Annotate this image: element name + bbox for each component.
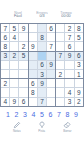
pencil-icon [13, 121, 21, 129]
numpad-key-8[interactable]: 8 [64, 111, 72, 118]
notes-button[interactable]: Notas [8, 121, 26, 135]
hint-button-label: Pista [39, 129, 46, 132]
cell-r6c9[interactable]: 1 [75, 70, 83, 78]
cell-r9c8[interactable]: 3 [65, 98, 73, 106]
cell-r8c7[interactable] [56, 88, 64, 96]
cell-r9c2[interactable]: 9 [10, 98, 18, 106]
numpad-key-6[interactable]: 6 [47, 111, 55, 118]
cell-r3c3[interactable]: 2 [19, 42, 27, 50]
cell-r6c8[interactable] [65, 70, 73, 78]
number-pad: 123456789 [0, 111, 84, 118]
box-line-horizontal-1 [1, 51, 83, 52]
cell-r1c3[interactable]: 9 [19, 24, 27, 32]
cell-r6c5[interactable]: 3 [38, 70, 46, 78]
cell-r1c6[interactable]: 6 [47, 24, 55, 32]
cell-r8c3[interactable] [19, 88, 27, 96]
cell-r7c8[interactable] [65, 79, 73, 87]
cell-r3c8[interactable]: 6 [65, 42, 73, 50]
cell-r1c4[interactable] [29, 24, 37, 32]
cell-r8c2[interactable] [10, 88, 18, 96]
cell-r4c3[interactable]: 5 [19, 52, 27, 60]
cell-r1c9[interactable]: 8 [75, 24, 83, 32]
numpad-key-7[interactable]: 7 [55, 111, 63, 118]
cell-r2c2[interactable]: 4 [10, 33, 18, 41]
erase-button[interactable]: Borrar [58, 121, 76, 135]
cell-r8c5[interactable] [38, 88, 46, 96]
cell-r5c5[interactable]: 6 [38, 61, 46, 69]
cell-r5c2[interactable] [10, 61, 18, 69]
cell-r1c1[interactable]: 7 [1, 24, 9, 32]
cell-r2c8[interactable]: 7 [65, 33, 73, 41]
cell-r8c6[interactable] [47, 88, 55, 96]
cell-r6c1[interactable] [1, 70, 9, 78]
cell-r9c1[interactable]: 4 [1, 98, 9, 106]
cell-r3c1[interactable]: 8 [1, 42, 9, 50]
cell-r9c5[interactable]: 7 [38, 98, 46, 106]
eraser-icon [63, 121, 71, 129]
numpad-key-4[interactable]: 4 [30, 111, 38, 118]
level-stat: Nivel Fácil [6, 9, 30, 20]
numpad-key-1[interactable]: 1 [4, 111, 12, 118]
cell-r4c7[interactable]: 7 [56, 52, 64, 60]
cell-r2c1[interactable]: 6 [1, 33, 9, 41]
cell-r5c3[interactable] [19, 61, 27, 69]
cell-r4c8[interactable]: 9 [65, 52, 73, 60]
cell-r1c5[interactable] [38, 24, 46, 32]
sudoku-app: Nivel Fácil Errores 0/3 Tiempo 00:00 759… [0, 0, 84, 150]
cell-r5c1[interactable] [1, 61, 9, 69]
cell-r9c7[interactable] [56, 98, 64, 106]
cell-r9c4[interactable] [29, 98, 37, 106]
hint-button[interactable]: Pista [33, 121, 51, 135]
cell-r5c6[interactable]: 9 [47, 61, 55, 69]
numpad-key-2[interactable]: 2 [13, 111, 21, 118]
box-line-vertical-1 [28, 24, 29, 106]
cell-r2c5[interactable]: 8 [38, 33, 46, 41]
numpad-key-9[interactable]: 9 [72, 111, 80, 118]
cell-r5c7[interactable] [56, 61, 64, 69]
cell-r3c2[interactable] [10, 42, 18, 50]
time-value: 00:00 [59, 14, 74, 18]
erase-button-label: Borrar [63, 129, 71, 132]
cell-r8c4[interactable]: 8 [29, 88, 37, 96]
cell-r3c5[interactable] [38, 42, 46, 50]
cell-r7c9[interactable] [75, 79, 83, 87]
cell-r1c7[interactable] [56, 24, 64, 32]
cell-r3c4[interactable]: 9 [29, 42, 37, 50]
mistakes-value: 0/3 [35, 14, 50, 18]
cell-r5c4[interactable] [29, 61, 37, 69]
cell-r6c6[interactable] [47, 70, 55, 78]
cell-r9c6[interactable] [47, 98, 55, 106]
cell-r6c2[interactable] [10, 70, 18, 78]
cell-r8c8[interactable]: 4 [65, 88, 73, 96]
numpad-key-5[interactable]: 5 [38, 111, 46, 118]
time-stat: Tiempo 00:00 [54, 9, 78, 20]
cell-r4c4[interactable] [29, 52, 37, 60]
mistakes-stat: Errores 0/3 [30, 9, 54, 20]
box-line-vertical-2 [55, 24, 56, 106]
cell-r7c2[interactable] [10, 79, 18, 87]
cell-r3c6[interactable]: 7 [47, 42, 55, 50]
cell-r5c8[interactable] [65, 61, 73, 69]
cell-r1c2[interactable]: 5 [10, 24, 18, 32]
cell-r8c9[interactable]: 9 [75, 88, 83, 96]
notes-button-label: Notas [13, 129, 21, 132]
sudoku-board: 7596286487582976325796693321269849496732 [0, 23, 84, 107]
cell-r4c5[interactable] [38, 52, 46, 60]
status-bar: Nivel Fácil Errores 0/3 Tiempo 00:00 [0, 0, 84, 20]
cell-r6c3[interactable] [19, 70, 27, 78]
box-line-horizontal-2 [1, 78, 83, 79]
cell-r7c5[interactable]: 9 [38, 79, 46, 87]
cell-r4c2[interactable]: 2 [10, 52, 18, 60]
cell-r7c4[interactable]: 6 [29, 79, 37, 87]
cell-r7c6[interactable] [47, 79, 55, 87]
numpad-key-3[interactable]: 3 [21, 111, 29, 118]
cell-r6c4[interactable] [29, 70, 37, 78]
cell-r7c3[interactable] [19, 79, 27, 87]
cell-r9c3[interactable]: 6 [19, 98, 27, 106]
cell-r2c7[interactable] [56, 33, 64, 41]
cell-r2c9[interactable]: 5 [75, 33, 83, 41]
cell-r2c6[interactable] [47, 33, 55, 41]
cell-r1c8[interactable]: 2 [65, 24, 73, 32]
cell-r4c1[interactable]: 3 [1, 52, 9, 60]
lightbulb-icon [38, 121, 46, 129]
toolbar: Notas Pista Borrar [0, 121, 84, 135]
cell-r7c7[interactable] [56, 79, 64, 87]
cell-r4c9[interactable]: 6 [75, 52, 83, 60]
cell-r7c1[interactable]: 2 [1, 79, 9, 87]
cell-r2c3[interactable] [19, 33, 27, 41]
cell-r5c9[interactable]: 3 [75, 61, 83, 69]
cell-r4c6[interactable] [47, 52, 55, 60]
cell-r9c9[interactable]: 2 [75, 98, 83, 106]
cell-r2c4[interactable] [29, 33, 37, 41]
cell-r3c7[interactable] [56, 42, 64, 50]
cell-r6c7[interactable]: 2 [56, 70, 64, 78]
cell-r8c1[interactable] [1, 88, 9, 96]
cell-r3c9[interactable] [75, 42, 83, 50]
level-value: Fácil [11, 14, 26, 18]
